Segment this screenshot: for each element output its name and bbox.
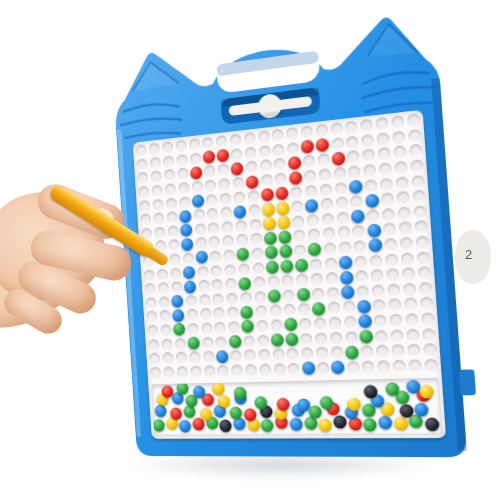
green-bead[interactable]: [229, 406, 242, 419]
peg-hole[interactable]: [382, 236, 399, 252]
peg-hole[interactable]: [270, 127, 285, 143]
yellow-bead[interactable]: [318, 418, 332, 431]
green-bead[interactable]: [295, 258, 309, 272]
peg-hole[interactable]: [159, 323, 173, 338]
blue-bead[interactable]: [302, 362, 316, 375]
green-bead[interactable]: [239, 277, 252, 291]
peg-hole[interactable]: [410, 188, 427, 205]
peg-hole[interactable]: [343, 329, 359, 345]
peg-hole[interactable]: [229, 147, 244, 163]
peg-hole[interactable]: [286, 140, 301, 156]
peg-hole[interactable]: [286, 361, 302, 376]
peg-hole[interactable]: [378, 176, 395, 192]
green-bead[interactable]: [409, 414, 424, 428]
blue-bead[interactable]: [180, 224, 193, 237]
peg-hole[interactable]: [261, 201, 276, 217]
peg-hole[interactable]: [209, 263, 224, 278]
peg-hole[interactable]: [217, 177, 232, 193]
peg-hole[interactable]: [385, 282, 402, 298]
peg-hole[interactable]: [374, 116, 390, 133]
peg-hole[interactable]: [179, 223, 193, 238]
peg-hole[interactable]: [255, 318, 270, 333]
peg-hole[interactable]: [337, 240, 353, 256]
peg-hole[interactable]: [283, 317, 298, 332]
peg-hole[interactable]: [224, 277, 239, 292]
peg-hole[interactable]: [270, 332, 285, 347]
red-bead[interactable]: [261, 188, 274, 202]
peg-hole[interactable]: [183, 279, 197, 294]
peg-hole[interactable]: [157, 295, 171, 310]
peg-hole[interactable]: [346, 149, 362, 165]
peg-hole[interactable]: [318, 182, 334, 198]
peg-hole[interactable]: [189, 364, 203, 379]
peg-hole[interactable]: [190, 179, 204, 194]
peg-hole[interactable]: [362, 162, 378, 178]
peg-hole[interactable]: [242, 334, 257, 349]
black-bead[interactable]: [425, 417, 440, 431]
peg-hole[interactable]: [372, 313, 388, 329]
yellow-bead[interactable]: [211, 383, 224, 396]
peg-hole[interactable]: [162, 365, 176, 379]
peg-hole[interactable]: [152, 211, 166, 226]
peg-hole[interactable]: [193, 222, 208, 237]
peg-hole[interactable]: [236, 247, 251, 262]
peg-hole[interactable]: [206, 221, 221, 236]
peg-hole[interactable]: [315, 360, 331, 375]
peg-hole[interactable]: [263, 230, 278, 246]
peg-hole[interactable]: [181, 251, 195, 266]
peg-hole[interactable]: [211, 292, 226, 307]
peg-hole[interactable]: [164, 196, 178, 211]
peg-hole[interactable]: [248, 217, 263, 233]
peg-hole[interactable]: [401, 281, 418, 297]
green-bead[interactable]: [363, 418, 377, 432]
peg-hole[interactable]: [405, 112, 422, 129]
peg-hole[interactable]: [364, 192, 380, 208]
peg-hole[interactable]: [196, 278, 211, 293]
peg-hole[interactable]: [307, 242, 323, 258]
blue-bead[interactable]: [154, 405, 166, 418]
blue-bead[interactable]: [193, 385, 206, 398]
peg-hole[interactable]: [151, 197, 165, 212]
peg-hole[interactable]: [359, 117, 375, 134]
peg-hole[interactable]: [293, 243, 309, 259]
peg-hole[interactable]: [229, 348, 244, 363]
peg-hole[interactable]: [309, 271, 325, 287]
peg-hole[interactable]: [160, 337, 174, 351]
peg-hole[interactable]: [273, 171, 288, 187]
peg-hole[interactable]: [207, 235, 222, 250]
blue-bead[interactable]: [378, 415, 393, 429]
red-bead[interactable]: [161, 385, 173, 398]
peg-hole[interactable]: [389, 328, 406, 344]
peg-hole[interactable]: [299, 331, 315, 346]
peg-hole[interactable]: [187, 137, 201, 153]
peg-hole[interactable]: [272, 362, 287, 377]
blue-bead[interactable]: [340, 270, 354, 284]
peg-hole[interactable]: [135, 143, 149, 158]
peg-hole[interactable]: [308, 257, 324, 273]
peg-hole[interactable]: [420, 326, 437, 342]
peg-hole[interactable]: [400, 266, 417, 282]
peg-hole[interactable]: [301, 153, 317, 169]
peg-hole[interactable]: [237, 261, 252, 276]
peg-hole[interactable]: [271, 347, 286, 362]
peg-hole[interactable]: [192, 208, 206, 223]
peg-hole[interactable]: [300, 139, 316, 155]
peg-hole[interactable]: [403, 312, 420, 328]
peg-hole[interactable]: [185, 307, 199, 322]
peg-hole[interactable]: [231, 175, 246, 191]
peg-hole[interactable]: [170, 280, 184, 295]
peg-hole[interactable]: [220, 219, 235, 234]
red-bead[interactable]: [203, 150, 216, 164]
peg-hole[interactable]: [422, 357, 439, 373]
red-bead[interactable]: [275, 186, 289, 200]
peg-hole[interactable]: [226, 305, 241, 320]
peg-hole[interactable]: [178, 209, 192, 224]
red-bead[interactable]: [170, 408, 183, 421]
peg-hole[interactable]: [232, 190, 247, 206]
peg-hole[interactable]: [234, 218, 249, 233]
peg-hole[interactable]: [243, 362, 258, 377]
peg-hole[interactable]: [363, 177, 379, 193]
blue-bead[interactable]: [351, 210, 365, 224]
green-bead[interactable]: [241, 320, 254, 333]
peg-hole[interactable]: [241, 319, 256, 334]
peg-hole[interactable]: [149, 365, 163, 379]
peg-hole[interactable]: [305, 212, 321, 228]
blue-bead[interactable]: [171, 295, 184, 308]
peg-hole[interactable]: [359, 344, 375, 360]
peg-hole[interactable]: [202, 364, 217, 379]
peg-hole[interactable]: [352, 239, 368, 255]
peg-hole[interactable]: [334, 195, 350, 211]
peg-hole[interactable]: [375, 358, 392, 374]
blue-bead[interactable]: [367, 223, 381, 237]
peg-hole[interactable]: [162, 154, 176, 169]
peg-hole[interactable]: [204, 192, 219, 207]
black-bead[interactable]: [219, 419, 232, 432]
blue-bead[interactable]: [289, 418, 303, 431]
peg-hole[interactable]: [166, 224, 180, 239]
peg-hole[interactable]: [196, 264, 211, 279]
peg-hole[interactable]: [165, 210, 179, 225]
blue-bead[interactable]: [341, 285, 355, 299]
peg-hole[interactable]: [277, 229, 292, 245]
peg-hole[interactable]: [389, 114, 406, 131]
peg-hole[interactable]: [330, 360, 346, 375]
peg-hole[interactable]: [221, 234, 236, 249]
peg-hole[interactable]: [408, 158, 425, 175]
peg-hole[interactable]: [367, 238, 383, 254]
green-bead[interactable]: [153, 419, 165, 432]
blue-bead[interactable]: [183, 266, 196, 279]
peg-hole[interactable]: [405, 342, 422, 358]
peg-hole[interactable]: [376, 146, 393, 163]
green-bead[interactable]: [237, 248, 250, 262]
peg-hole[interactable]: [228, 334, 243, 349]
peg-hole[interactable]: [402, 296, 419, 312]
peg-hole[interactable]: [150, 183, 164, 198]
peg-hole[interactable]: [353, 254, 369, 270]
blue-bead[interactable]: [368, 238, 382, 252]
green-bead[interactable]: [280, 259, 294, 273]
peg-hole[interactable]: [354, 269, 370, 285]
peg-hole[interactable]: [184, 293, 198, 308]
peg-hole[interactable]: [186, 322, 200, 337]
yellow-bead[interactable]: [276, 201, 290, 215]
peg-hole[interactable]: [406, 357, 423, 373]
peg-hole[interactable]: [329, 345, 345, 360]
yellow-bead[interactable]: [262, 202, 275, 216]
peg-hole[interactable]: [258, 362, 273, 377]
peg-hole[interactable]: [325, 285, 341, 301]
peg-hole[interactable]: [314, 345, 330, 360]
peg-hole[interactable]: [379, 191, 396, 207]
peg-hole[interactable]: [399, 251, 416, 267]
peg-hole[interactable]: [380, 206, 397, 222]
peg-hole[interactable]: [316, 152, 332, 168]
green-bead[interactable]: [309, 406, 323, 419]
peg-hole[interactable]: [188, 350, 202, 365]
peg-hole[interactable]: [340, 284, 356, 300]
blue-bead[interactable]: [179, 420, 192, 433]
peg-hole[interactable]: [345, 134, 361, 150]
peg-hole[interactable]: [360, 132, 376, 149]
peg-hole[interactable]: [342, 314, 358, 330]
peg-hole[interactable]: [365, 207, 381, 223]
peg-hole[interactable]: [222, 248, 237, 263]
peg-hole[interactable]: [287, 155, 303, 171]
peg-hole[interactable]: [416, 265, 433, 281]
peg-hole[interactable]: [204, 178, 219, 193]
peg-hole[interactable]: [169, 266, 183, 281]
peg-hole[interactable]: [146, 323, 160, 337]
peg-hole[interactable]: [216, 363, 231, 378]
peg-hole[interactable]: [327, 315, 343, 331]
green-bead[interactable]: [261, 419, 274, 432]
peg-hole[interactable]: [208, 249, 223, 264]
peg-hole[interactable]: [377, 161, 394, 178]
peg-hole[interactable]: [254, 304, 269, 319]
peg-hole[interactable]: [163, 182, 177, 197]
peg-hole[interactable]: [321, 226, 337, 242]
peg-hole[interactable]: [265, 260, 280, 275]
peg-hole[interactable]: [322, 241, 338, 257]
black-bead[interactable]: [399, 404, 414, 418]
peg-hole[interactable]: [371, 298, 387, 314]
peg-hole[interactable]: [320, 211, 336, 227]
peg-hole[interactable]: [411, 204, 428, 221]
peg-hole[interactable]: [162, 168, 176, 183]
peg-hole[interactable]: [272, 156, 287, 172]
peg-hole[interactable]: [357, 314, 373, 330]
yellow-bead[interactable]: [263, 217, 276, 231]
peg-hole[interactable]: [247, 203, 262, 219]
peg-hole[interactable]: [300, 346, 316, 361]
peg-hole[interactable]: [136, 171, 150, 186]
blue-bead[interactable]: [216, 350, 229, 363]
peg-hole[interactable]: [394, 174, 411, 191]
peg-hole[interactable]: [256, 333, 271, 348]
peg-hole[interactable]: [172, 322, 186, 337]
peg-hole[interactable]: [161, 140, 175, 155]
red-bead[interactable]: [288, 156, 302, 170]
peg-hole[interactable]: [310, 286, 326, 302]
peg-hole[interactable]: [390, 129, 407, 146]
peg-hole[interactable]: [404, 327, 421, 343]
peg-hole[interactable]: [280, 273, 295, 288]
peg-hole[interactable]: [313, 331, 329, 346]
peg-hole[interactable]: [233, 204, 248, 219]
peg-hole[interactable]: [260, 187, 275, 203]
peg-hole[interactable]: [246, 188, 261, 204]
peg-hole[interactable]: [383, 252, 400, 268]
peg-hole[interactable]: [242, 131, 257, 147]
peg-hole[interactable]: [153, 225, 167, 240]
peg-hole[interactable]: [351, 224, 367, 240]
peg-hole[interactable]: [195, 250, 210, 265]
green-bead[interactable]: [359, 330, 373, 344]
peg-hole[interactable]: [201, 135, 216, 151]
blue-bead[interactable]: [297, 399, 311, 412]
peg-hole[interactable]: [347, 164, 363, 180]
peg-hole[interactable]: [177, 181, 191, 196]
peg-hole[interactable]: [298, 316, 314, 331]
peg-hole[interactable]: [344, 344, 360, 359]
peg-hole[interactable]: [275, 200, 290, 216]
peg-hole[interactable]: [331, 150, 347, 166]
green-bead[interactable]: [385, 382, 400, 396]
peg-hole[interactable]: [336, 225, 352, 241]
peg-hole[interactable]: [149, 169, 163, 184]
peg-hole[interactable]: [178, 195, 192, 210]
peg-hole[interactable]: [145, 309, 159, 324]
peg-hole[interactable]: [415, 249, 432, 265]
green-bead[interactable]: [254, 396, 267, 409]
peg-hole[interactable]: [264, 245, 279, 260]
peg-hole[interactable]: [388, 312, 405, 328]
peg-hole[interactable]: [302, 168, 318, 184]
peg-hole[interactable]: [187, 336, 201, 351]
red-bead[interactable]: [301, 140, 315, 154]
blue-bead[interactable]: [414, 402, 429, 416]
green-bead[interactable]: [234, 386, 247, 399]
peg-hole[interactable]: [374, 343, 390, 359]
peg-hole[interactable]: [368, 253, 384, 269]
peg-hole[interactable]: [381, 221, 398, 237]
peg-hole[interactable]: [268, 303, 283, 318]
peg-hole[interactable]: [395, 190, 412, 206]
peg-hole[interactable]: [239, 290, 254, 305]
peg-hole[interactable]: [249, 232, 264, 247]
black-bead[interactable]: [333, 415, 347, 428]
peg-hole[interactable]: [339, 270, 355, 286]
peg-hole[interactable]: [262, 216, 277, 232]
yellow-bead[interactable]: [218, 395, 231, 408]
peg-hole[interactable]: [319, 196, 335, 212]
peg-hole[interactable]: [194, 236, 209, 251]
red-bead[interactable]: [316, 138, 330, 152]
peg-hole[interactable]: [419, 311, 436, 327]
peg-hole[interactable]: [360, 359, 376, 374]
green-bead[interactable]: [177, 382, 190, 395]
peg-hole[interactable]: [387, 297, 404, 313]
peg-hole[interactable]: [202, 150, 217, 166]
peg-hole[interactable]: [345, 359, 361, 374]
peg-hole[interactable]: [251, 260, 266, 275]
peg-hole[interactable]: [238, 276, 253, 291]
peg-hole[interactable]: [242, 348, 257, 363]
peg-hole[interactable]: [250, 246, 265, 261]
peg-hole[interactable]: [257, 347, 272, 362]
peg-hole[interactable]: [258, 158, 273, 174]
peg-hole[interactable]: [244, 159, 259, 175]
peg-hole[interactable]: [314, 122, 330, 138]
peg-hole[interactable]: [215, 349, 230, 364]
peg-hole[interactable]: [172, 308, 186, 323]
red-bead[interactable]: [190, 166, 203, 180]
peg-hole[interactable]: [328, 330, 344, 345]
peg-hole[interactable]: [227, 320, 242, 335]
peg-hole[interactable]: [330, 136, 346, 152]
peg-hole[interactable]: [176, 167, 190, 182]
green-bead[interactable]: [278, 230, 292, 244]
green-bead[interactable]: [268, 289, 281, 303]
peg-hole[interactable]: [311, 301, 327, 316]
peg-hole[interactable]: [243, 145, 258, 161]
peg-hole[interactable]: [413, 234, 430, 250]
peg-hole[interactable]: [218, 191, 233, 206]
peg-hole[interactable]: [147, 337, 161, 351]
peg-hole[interactable]: [148, 141, 162, 156]
peg-hole[interactable]: [198, 307, 213, 322]
peg-hole[interactable]: [267, 289, 282, 304]
peg-hole[interactable]: [418, 295, 435, 311]
peg-hole[interactable]: [290, 199, 306, 215]
peg-hole[interactable]: [303, 183, 319, 199]
green-bead[interactable]: [320, 396, 334, 409]
peg-hole[interactable]: [370, 283, 386, 299]
peg-hole[interactable]: [216, 162, 231, 178]
peg-hole[interactable]: [175, 152, 189, 167]
peg-hole[interactable]: [138, 198, 152, 213]
blue-bead[interactable]: [357, 300, 371, 314]
blue-bead[interactable]: [192, 194, 205, 208]
peg-hole[interactable]: [230, 363, 245, 378]
peg-hole[interactable]: [276, 215, 291, 231]
peg-hole[interactable]: [205, 206, 220, 221]
peg-hole[interactable]: [161, 351, 175, 365]
peg-hole[interactable]: [417, 280, 434, 296]
peg-hole[interactable]: [335, 210, 351, 226]
peg-hole[interactable]: [341, 299, 357, 315]
black-bead[interactable]: [364, 385, 378, 399]
peg-hole[interactable]: [228, 132, 243, 148]
peg-hole[interactable]: [373, 328, 389, 344]
peg-hole[interactable]: [315, 137, 331, 153]
green-bead[interactable]: [308, 243, 322, 257]
peg-hole[interactable]: [407, 143, 424, 160]
peg-hole[interactable]: [288, 170, 304, 186]
peg-hole[interactable]: [203, 164, 218, 180]
peg-hole[interactable]: [375, 131, 391, 148]
peg-hole[interactable]: [148, 155, 162, 170]
peg-hole[interactable]: [210, 278, 225, 293]
peg-hole[interactable]: [148, 351, 162, 365]
peg-hole[interactable]: [191, 193, 205, 208]
